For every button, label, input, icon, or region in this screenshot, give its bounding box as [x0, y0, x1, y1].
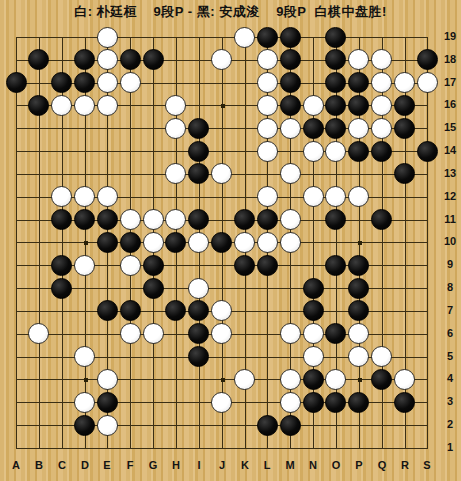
- column-label: D: [77, 459, 93, 471]
- stone-black[interactable]: [371, 369, 392, 390]
- stone-black[interactable]: [394, 118, 415, 139]
- stone-white[interactable]: [303, 323, 324, 344]
- stone-white[interactable]: [257, 95, 278, 116]
- stone-white[interactable]: [257, 49, 278, 70]
- stone-black[interactable]: [348, 95, 369, 116]
- stone-black[interactable]: [234, 209, 255, 230]
- column-label: E: [99, 459, 115, 471]
- star-point: [358, 241, 362, 245]
- stone-black[interactable]: [257, 27, 278, 48]
- stone-black[interactable]: [165, 300, 186, 321]
- stone-white[interactable]: [234, 369, 255, 390]
- row-label: 15: [440, 121, 460, 133]
- go-board[interactable]: ABCDEFGHIJKLMNOPQRS191817161514131211109…: [0, 0, 461, 481]
- stone-white[interactable]: [74, 255, 95, 276]
- stone-white[interactable]: [371, 72, 392, 93]
- star-point: [84, 378, 88, 382]
- stone-black[interactable]: [28, 95, 49, 116]
- row-label: 18: [440, 53, 460, 65]
- stone-white[interactable]: [325, 369, 346, 390]
- row-label: 12: [440, 190, 460, 202]
- stone-black[interactable]: [143, 278, 164, 299]
- stone-white[interactable]: [348, 323, 369, 344]
- stone-white[interactable]: [371, 346, 392, 367]
- column-label: K: [237, 459, 253, 471]
- stone-black[interactable]: [325, 392, 346, 413]
- stone-black[interactable]: [325, 27, 346, 48]
- stone-black[interactable]: [394, 95, 415, 116]
- stone-black[interactable]: [188, 209, 209, 230]
- stone-black[interactable]: [143, 255, 164, 276]
- stone-black[interactable]: [325, 49, 346, 70]
- stone-white[interactable]: [348, 49, 369, 70]
- row-label: 2: [440, 418, 460, 430]
- stone-black[interactable]: [303, 392, 324, 413]
- stone-black[interactable]: [120, 300, 141, 321]
- row-label: 7: [440, 304, 460, 316]
- column-label: Q: [374, 459, 390, 471]
- star-point: [358, 378, 362, 382]
- row-label: 10: [440, 235, 460, 247]
- stone-black[interactable]: [303, 300, 324, 321]
- stone-white[interactable]: [97, 49, 118, 70]
- stone-black[interactable]: [348, 300, 369, 321]
- column-label: R: [397, 459, 413, 471]
- stone-black[interactable]: [74, 49, 95, 70]
- stone-black[interactable]: [51, 278, 72, 299]
- stone-black[interactable]: [51, 72, 72, 93]
- row-label: 19: [440, 30, 460, 42]
- stone-white[interactable]: [257, 118, 278, 139]
- stone-white[interactable]: [280, 232, 301, 253]
- board-grid-line: [16, 448, 428, 449]
- stone-black[interactable]: [234, 255, 255, 276]
- row-label: 5: [440, 350, 460, 362]
- stone-white[interactable]: [257, 72, 278, 93]
- stone-black[interactable]: [394, 163, 415, 184]
- stone-white[interactable]: [303, 95, 324, 116]
- stone-black[interactable]: [188, 300, 209, 321]
- stone-black[interactable]: [188, 323, 209, 344]
- stone-black[interactable]: [6, 72, 27, 93]
- stone-white[interactable]: [97, 72, 118, 93]
- stone-white[interactable]: [165, 118, 186, 139]
- stone-black[interactable]: [97, 232, 118, 253]
- row-label: 4: [440, 372, 460, 384]
- stone-white[interactable]: [165, 209, 186, 230]
- stone-white[interactable]: [325, 186, 346, 207]
- stone-black[interactable]: [394, 392, 415, 413]
- row-label: 14: [440, 144, 460, 156]
- board-grid-line: [427, 37, 428, 449]
- board-grid-line: [16, 37, 17, 449]
- stone-black[interactable]: [51, 209, 72, 230]
- column-label: C: [54, 459, 70, 471]
- stone-black[interactable]: [188, 118, 209, 139]
- stone-black[interactable]: [325, 323, 346, 344]
- stone-white[interactable]: [143, 209, 164, 230]
- stone-black[interactable]: [143, 49, 164, 70]
- stone-black[interactable]: [325, 72, 346, 93]
- column-label: A: [8, 459, 24, 471]
- stone-white[interactable]: [371, 49, 392, 70]
- stone-black[interactable]: [74, 415, 95, 436]
- column-label: I: [191, 459, 207, 471]
- column-label: M: [282, 459, 298, 471]
- stone-white[interactable]: [325, 141, 346, 162]
- stone-black[interactable]: [211, 232, 232, 253]
- stone-white[interactable]: [211, 392, 232, 413]
- stone-black[interactable]: [348, 72, 369, 93]
- stone-white[interactable]: [348, 118, 369, 139]
- stone-black[interactable]: [165, 232, 186, 253]
- stone-white[interactable]: [211, 163, 232, 184]
- stone-white[interactable]: [74, 346, 95, 367]
- stone-white[interactable]: [165, 163, 186, 184]
- stone-white[interactable]: [303, 141, 324, 162]
- stone-white[interactable]: [211, 323, 232, 344]
- stone-black[interactable]: [325, 118, 346, 139]
- stone-white[interactable]: [120, 255, 141, 276]
- stone-white[interactable]: [74, 392, 95, 413]
- stone-white[interactable]: [143, 323, 164, 344]
- column-label: O: [328, 459, 344, 471]
- column-label: P: [351, 459, 367, 471]
- stone-black[interactable]: [257, 415, 278, 436]
- column-label: L: [259, 459, 275, 471]
- star-point: [221, 104, 225, 108]
- stone-white[interactable]: [97, 415, 118, 436]
- stone-white[interactable]: [97, 27, 118, 48]
- stone-white[interactable]: [303, 186, 324, 207]
- stone-black[interactable]: [325, 255, 346, 276]
- stone-white[interactable]: [120, 323, 141, 344]
- stone-black[interactable]: [188, 141, 209, 162]
- stone-white[interactable]: [211, 49, 232, 70]
- stone-white[interactable]: [143, 232, 164, 253]
- stone-black[interactable]: [303, 369, 324, 390]
- stone-white[interactable]: [165, 95, 186, 116]
- stone-black[interactable]: [28, 49, 49, 70]
- stone-white[interactable]: [371, 118, 392, 139]
- stone-white[interactable]: [257, 141, 278, 162]
- row-label: 9: [440, 258, 460, 270]
- stone-black[interactable]: [417, 49, 438, 70]
- row-label: 8: [440, 281, 460, 293]
- stone-white[interactable]: [120, 72, 141, 93]
- stone-white[interactable]: [280, 369, 301, 390]
- row-label: 13: [440, 167, 460, 179]
- stone-white[interactable]: [51, 186, 72, 207]
- stone-black[interactable]: [348, 392, 369, 413]
- column-label: F: [122, 459, 138, 471]
- stone-white[interactable]: [97, 186, 118, 207]
- stone-black[interactable]: [280, 49, 301, 70]
- stone-black[interactable]: [348, 278, 369, 299]
- stone-black[interactable]: [348, 141, 369, 162]
- stone-white[interactable]: [280, 323, 301, 344]
- stone-white[interactable]: [348, 346, 369, 367]
- stone-black[interactable]: [371, 141, 392, 162]
- stone-black[interactable]: [280, 95, 301, 116]
- stone-white[interactable]: [280, 163, 301, 184]
- stone-white[interactable]: [28, 323, 49, 344]
- stone-white[interactable]: [417, 72, 438, 93]
- stone-black[interactable]: [280, 415, 301, 436]
- stone-white[interactable]: [234, 232, 255, 253]
- stone-white[interactable]: [188, 232, 209, 253]
- column-label: N: [305, 459, 321, 471]
- stone-white[interactable]: [257, 186, 278, 207]
- star-point: [84, 241, 88, 245]
- stone-white[interactable]: [211, 300, 232, 321]
- row-label: 16: [440, 98, 460, 110]
- stone-black[interactable]: [417, 141, 438, 162]
- stone-black[interactable]: [348, 255, 369, 276]
- stone-black[interactable]: [371, 209, 392, 230]
- stone-white[interactable]: [371, 95, 392, 116]
- star-point: [221, 378, 225, 382]
- stone-white[interactable]: [120, 209, 141, 230]
- stone-black[interactable]: [325, 209, 346, 230]
- stone-white[interactable]: [234, 27, 255, 48]
- stone-black[interactable]: [257, 209, 278, 230]
- stone-black[interactable]: [120, 49, 141, 70]
- stone-black[interactable]: [303, 118, 324, 139]
- row-label: 6: [440, 327, 460, 339]
- stone-white[interactable]: [51, 95, 72, 116]
- stone-white[interactable]: [348, 186, 369, 207]
- stone-white[interactable]: [257, 232, 278, 253]
- stone-black[interactable]: [97, 392, 118, 413]
- stone-white[interactable]: [280, 209, 301, 230]
- stone-black[interactable]: [188, 163, 209, 184]
- stone-white[interactable]: [394, 72, 415, 93]
- column-label: J: [214, 459, 230, 471]
- column-label: B: [31, 459, 47, 471]
- stone-black[interactable]: [188, 346, 209, 367]
- stone-black[interactable]: [97, 209, 118, 230]
- stone-black[interactable]: [51, 255, 72, 276]
- stone-black[interactable]: [280, 72, 301, 93]
- stone-black[interactable]: [74, 209, 95, 230]
- stone-white[interactable]: [280, 392, 301, 413]
- stone-white[interactable]: [74, 186, 95, 207]
- stone-black[interactable]: [257, 255, 278, 276]
- stone-black[interactable]: [303, 278, 324, 299]
- stone-white[interactable]: [188, 278, 209, 299]
- stone-black[interactable]: [120, 232, 141, 253]
- column-label: S: [419, 459, 435, 471]
- stone-black[interactable]: [97, 300, 118, 321]
- row-label: 1: [440, 441, 460, 453]
- stone-white[interactable]: [303, 346, 324, 367]
- stone-white[interactable]: [97, 95, 118, 116]
- column-label: G: [145, 459, 161, 471]
- stone-white[interactable]: [394, 369, 415, 390]
- stone-black[interactable]: [280, 27, 301, 48]
- stone-white[interactable]: [280, 118, 301, 139]
- row-label: 11: [440, 213, 460, 225]
- row-label: 17: [440, 76, 460, 88]
- stone-black[interactable]: [325, 95, 346, 116]
- row-label: 3: [440, 395, 460, 407]
- stone-black[interactable]: [74, 72, 95, 93]
- column-label: H: [168, 459, 184, 471]
- stone-white[interactable]: [97, 369, 118, 390]
- stone-white[interactable]: [74, 95, 95, 116]
